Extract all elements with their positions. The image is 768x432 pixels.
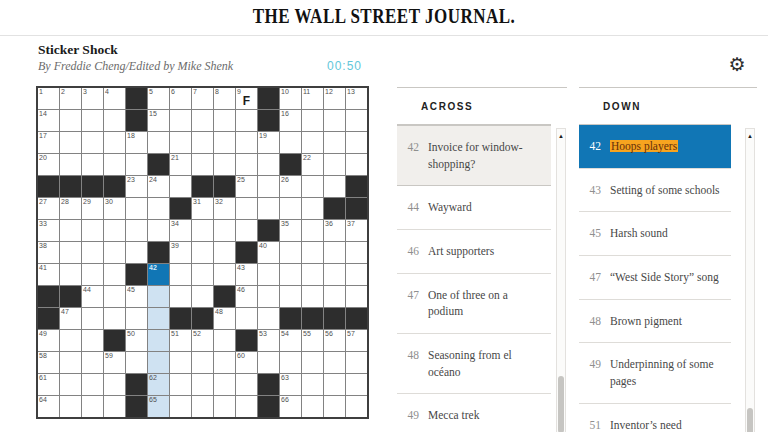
cell-r4c3[interactable] [82, 154, 103, 175]
cell-r15c6[interactable]: 65 [148, 396, 169, 417]
cell-r12c3[interactable] [82, 330, 103, 351]
cell-r7c12[interactable]: 35 [280, 220, 301, 241]
cell-r1c4[interactable]: 4 [104, 88, 125, 109]
cell-r2c1[interactable]: 14 [38, 110, 59, 131]
cell-r15c8[interactable] [192, 396, 213, 417]
cell-number: 14 [39, 110, 47, 118]
across-clue-42[interactable]: 42Invoice for window-shopping? [397, 125, 551, 186]
cell-r12c10 [236, 330, 257, 351]
cell-r10c7[interactable] [170, 286, 191, 307]
cell-number: 23 [127, 176, 135, 184]
wsj-masthead: THE WALL STREET JOURNAL. [0, 5, 768, 29]
cell-r2c15[interactable] [346, 110, 367, 131]
cell-number: 10 [281, 88, 289, 96]
cell-r15c3[interactable] [82, 396, 103, 417]
cell-r15c11 [258, 396, 279, 417]
cell-r4c4[interactable] [104, 154, 125, 175]
cell-number: 55 [303, 330, 311, 338]
cell-r9c1[interactable]: 41 [38, 264, 59, 285]
cell-r9c6[interactable]: 42 [148, 264, 169, 285]
cell-r13c14[interactable] [324, 352, 345, 373]
down-clue-43[interactable]: 43Setting of some schools [579, 169, 731, 213]
cell-r3c15[interactable] [346, 132, 367, 153]
cell-r6c1[interactable]: 27 [38, 198, 59, 219]
cell-r12c13[interactable]: 55 [302, 330, 323, 351]
cell-r7c5[interactable] [126, 220, 147, 241]
cell-number: 48 [215, 308, 223, 316]
cell-r14c12[interactable]: 63 [280, 374, 301, 395]
cell-r10c2 [60, 286, 81, 307]
cell-r7c10[interactable] [236, 220, 257, 241]
cell-number: 21 [171, 154, 179, 162]
clue-text: Brown pigment [610, 313, 725, 330]
cell-r14c9[interactable] [214, 374, 235, 395]
cell-r11c5[interactable] [126, 308, 147, 329]
cell-r3c7[interactable] [170, 132, 191, 153]
cell-number: 11 [303, 88, 310, 96]
cell-r5c11[interactable] [258, 176, 279, 197]
cell-r4c12 [280, 154, 301, 175]
cell-r10c8[interactable] [192, 286, 213, 307]
cell-r3c8[interactable] [192, 132, 213, 153]
cell-r3c9[interactable] [214, 132, 235, 153]
cell-r12c6[interactable] [148, 330, 169, 351]
across-clue-48[interactable]: 48Seasoning from el océano [397, 334, 551, 394]
cell-r3c5[interactable]: 18 [126, 132, 147, 153]
cell-r13c2[interactable] [60, 352, 81, 373]
cell-r11c10[interactable] [236, 308, 257, 329]
cell-r10c1 [38, 286, 59, 307]
cell-number: 40 [259, 242, 267, 250]
cell-r3c6[interactable] [148, 132, 169, 153]
cell-r9c8[interactable] [192, 264, 213, 285]
cell-number: 53 [259, 330, 267, 338]
cell-r13c4[interactable]: 59 [104, 352, 125, 373]
cell-r6c13[interactable] [302, 198, 323, 219]
cell-number: 28 [61, 198, 69, 206]
cell-r2c6[interactable]: 15 [148, 110, 169, 131]
cell-r2c7[interactable] [170, 110, 191, 131]
cell-r2c2[interactable] [60, 110, 81, 131]
cell-r13c15[interactable] [346, 352, 367, 373]
cell-number: 24 [149, 176, 157, 184]
cell-r12c12[interactable]: 54 [280, 330, 301, 351]
cell-r1c14[interactable]: 12 [324, 88, 345, 109]
cell-r8c8[interactable] [192, 242, 213, 263]
cell-number: 8 [215, 88, 219, 96]
clue-text: Hoops players [610, 138, 725, 155]
cell-r7c9[interactable] [214, 220, 235, 241]
cell-r8c14[interactable] [324, 242, 345, 263]
cell-r12c5[interactable]: 50 [126, 330, 147, 351]
cell-r14c5 [126, 374, 147, 395]
cell-r1c9[interactable]: 8 [214, 88, 235, 109]
cell-r15c12[interactable]: 66 [280, 396, 301, 417]
cell-r10c10[interactable]: 46 [236, 286, 257, 307]
cell-number: 34 [171, 220, 179, 228]
cell-r11c2[interactable]: 47 [60, 308, 81, 329]
cell-r15c2[interactable] [60, 396, 81, 417]
cell-r1c6[interactable]: 5 [148, 88, 169, 109]
cell-number: 64 [39, 396, 47, 404]
cell-r1c3[interactable]: 3 [82, 88, 103, 109]
cell-r1c2[interactable]: 2 [60, 88, 81, 109]
cell-number: 54 [281, 330, 289, 338]
cell-number: 52 [193, 330, 201, 338]
cell-r4c2[interactable] [60, 154, 81, 175]
cell-r7c15[interactable]: 37 [346, 220, 367, 241]
down-clue-49[interactable]: 49Underpinning of some pages [579, 343, 731, 403]
cell-r4c14[interactable] [324, 154, 345, 175]
cell-r7c3[interactable] [82, 220, 103, 241]
cell-number: 60 [237, 352, 245, 360]
cell-r10c12[interactable] [280, 286, 301, 307]
crossword-grid[interactable]: 123456789F101112131415161718192021222324… [36, 86, 369, 419]
cell-r8c3[interactable] [82, 242, 103, 263]
cell-r9c7[interactable] [170, 264, 191, 285]
cell-r5c5[interactable]: 23 [126, 176, 147, 197]
down-scrollbar[interactable]: ▲ [745, 128, 755, 432]
cell-r8c12[interactable] [280, 242, 301, 263]
puzzle-timer[interactable]: 00:50 [327, 59, 362, 73]
cell-r4c9[interactable] [214, 154, 235, 175]
cell-r10c4[interactable] [104, 286, 125, 307]
cell-r15c13[interactable] [302, 396, 323, 417]
cell-r8c7[interactable]: 39 [170, 242, 191, 263]
scroll-up-icon[interactable]: ▲ [557, 132, 565, 140]
cell-r11c6[interactable] [148, 308, 169, 329]
cell-r1c15[interactable]: 13 [346, 88, 367, 109]
down-clue-47[interactable]: 47“West Side Story” song [579, 256, 731, 300]
clue-text: Wayward [428, 199, 545, 216]
cell-r4c8[interactable] [192, 154, 213, 175]
down-clue-45[interactable]: 45Harsh sound [579, 212, 731, 256]
cell-r9c3[interactable] [82, 264, 103, 285]
cell-r14c6[interactable]: 62 [148, 374, 169, 395]
down-scrollbar-thumb[interactable] [747, 408, 753, 432]
cell-number: 63 [281, 374, 289, 382]
across-clues-panel: ACROSS 42Invoice for window-shopping?44W… [397, 87, 567, 432]
cell-r12c2[interactable] [60, 330, 81, 351]
cell-r12c9[interactable] [214, 330, 235, 351]
cell-r15c9[interactable] [214, 396, 235, 417]
cell-r15c15[interactable] [346, 396, 367, 417]
cell-r15c1[interactable]: 64 [38, 396, 59, 417]
cell-number: 13 [347, 88, 355, 96]
down-clue-42[interactable]: 42Hoops players [579, 125, 731, 169]
cell-r3c10[interactable] [236, 132, 257, 153]
cell-number: 35 [281, 220, 289, 228]
cell-r2c3[interactable] [82, 110, 103, 131]
cell-r10c14[interactable] [324, 286, 345, 307]
cell-r3c12[interactable] [280, 132, 301, 153]
cell-r11c9[interactable]: 48 [214, 308, 235, 329]
clue-number: 47 [579, 269, 601, 286]
cell-r10c11[interactable] [258, 286, 279, 307]
cell-r13c13[interactable] [302, 352, 323, 373]
across-scrollbar-thumb[interactable] [558, 376, 564, 432]
cell-r4c5[interactable] [126, 154, 147, 175]
cell-r9c12[interactable] [280, 264, 301, 285]
cell-r11c11[interactable] [258, 308, 279, 329]
cell-number: 43 [237, 264, 245, 272]
cell-r2c4[interactable] [104, 110, 125, 131]
across-header: ACROSS [421, 101, 567, 112]
cell-r4c10[interactable] [236, 154, 257, 175]
cell-r13c1[interactable]: 58 [38, 352, 59, 373]
cell-r5c7[interactable] [170, 176, 191, 197]
masthead-divider [0, 35, 768, 36]
cell-number: 39 [171, 242, 179, 250]
cell-number: 30 [105, 198, 113, 206]
cell-r9c13[interactable] [302, 264, 323, 285]
puzzle-byline: By Freddie Cheng/Edited by Mike Shenk [38, 59, 233, 74]
cell-r6c15 [346, 198, 367, 219]
cell-r6c10[interactable] [236, 198, 257, 219]
cell-r4c1[interactable]: 20 [38, 154, 59, 175]
cell-r12c1[interactable]: 49 [38, 330, 59, 351]
cell-r8c11[interactable]: 40 [258, 242, 279, 263]
cell-r2c13[interactable] [302, 110, 323, 131]
cell-r8c4[interactable] [104, 242, 125, 263]
cell-r14c2[interactable] [60, 374, 81, 395]
cell-r13c5[interactable] [126, 352, 147, 373]
cell-r10c13[interactable] [302, 286, 323, 307]
cell-r15c10[interactable] [236, 396, 257, 417]
cell-r1c12[interactable]: 10 [280, 88, 301, 109]
cell-r1c1[interactable]: 1 [38, 88, 59, 109]
cell-number: 37 [347, 220, 355, 228]
across-clue-46[interactable]: 46Art supporters [397, 230, 551, 274]
cell-r13c9[interactable] [214, 352, 235, 373]
cell-r9c9[interactable] [214, 264, 235, 285]
cell-r10c6[interactable] [148, 286, 169, 307]
cell-r12c14[interactable]: 56 [324, 330, 345, 351]
cell-r5c12[interactable]: 26 [280, 176, 301, 197]
cell-r14c10[interactable] [236, 374, 257, 395]
cell-r13c10[interactable]: 60 [236, 352, 257, 373]
cell-r6c2[interactable]: 28 [60, 198, 81, 219]
cell-number: 58 [39, 352, 47, 360]
cell-r6c14 [324, 198, 345, 219]
cell-r8c9[interactable] [214, 242, 235, 263]
cell-r12c8[interactable]: 52 [192, 330, 213, 351]
cell-r11c12 [280, 308, 301, 329]
cell-number: 42 [149, 264, 157, 272]
cell-r4c6 [148, 154, 169, 175]
scroll-up-icon[interactable]: ▲ [746, 132, 754, 140]
cell-r9c10[interactable]: 43 [236, 264, 257, 285]
cell-r3c3[interactable] [82, 132, 103, 153]
cell-r7c4[interactable] [104, 220, 125, 241]
cell-number: 41 [39, 264, 47, 272]
cell-r5c13[interactable] [302, 176, 323, 197]
cell-number: 66 [281, 396, 289, 404]
cell-r9c5 [126, 264, 147, 285]
cell-number: 19 [259, 132, 267, 140]
clue-number: 45 [579, 225, 601, 242]
cell-r3c13[interactable] [302, 132, 323, 153]
clue-number: 42 [579, 138, 601, 155]
cell-r11c1 [38, 308, 59, 329]
cell-r11c13 [302, 308, 323, 329]
cell-number: 25 [237, 176, 245, 184]
cell-r8c6 [148, 242, 169, 263]
cell-r14c13[interactable] [302, 374, 323, 395]
cell-r15c4[interactable] [104, 396, 125, 417]
cell-r9c4[interactable] [104, 264, 125, 285]
across-clue-49[interactable]: 49Mecca trek [397, 394, 551, 432]
cell-r8c2[interactable] [60, 242, 81, 263]
cell-r7c2[interactable] [60, 220, 81, 241]
cell-r5c14[interactable] [324, 176, 345, 197]
cell-r3c1[interactable]: 17 [38, 132, 59, 153]
cell-r2c12[interactable]: 16 [280, 110, 301, 131]
cell-r3c14[interactable] [324, 132, 345, 153]
cell-r12c7[interactable]: 51 [170, 330, 191, 351]
cell-r8c5[interactable] [126, 242, 147, 263]
settings-gear-icon[interactable]: ⚙ [725, 53, 749, 77]
cell-r13c11[interactable] [258, 352, 279, 373]
down-clue-list: 42Hoops players43Setting of some schools… [579, 124, 731, 432]
cell-r12c11[interactable]: 53 [258, 330, 279, 351]
cell-r4c7[interactable]: 21 [170, 154, 191, 175]
cell-r6c4[interactable]: 30 [104, 198, 125, 219]
clue-text: Underpinning of some pages [610, 356, 725, 389]
down-clue-48[interactable]: 48Brown pigment [579, 300, 731, 344]
cell-r7c6[interactable] [148, 220, 169, 241]
cell-number: 51 [171, 330, 179, 338]
cell-r14c11 [258, 374, 279, 395]
cell-number: 2 [61, 88, 65, 96]
cell-number: 16 [281, 110, 289, 118]
cell-r2c5 [126, 110, 147, 131]
cell-r7c13[interactable] [302, 220, 323, 241]
cell-r8c15[interactable] [346, 242, 367, 263]
cell-r10c3[interactable]: 44 [82, 286, 103, 307]
cell-r7c14[interactable]: 36 [324, 220, 345, 241]
down-clues-panel: DOWN 42Hoops players43Setting of some sc… [579, 87, 757, 432]
cell-r6c6[interactable] [148, 198, 169, 219]
cell-r6c5[interactable] [126, 198, 147, 219]
cell-r10c5[interactable]: 45 [126, 286, 147, 307]
cell-r6c3[interactable]: 29 [82, 198, 103, 219]
cell-r6c8[interactable]: 31 [192, 198, 213, 219]
cell-r12c15[interactable]: 57 [346, 330, 367, 351]
cell-number: 32 [215, 198, 223, 206]
clue-number: 42 [397, 139, 419, 156]
cell-r9c2[interactable] [60, 264, 81, 285]
cell-r5c4 [104, 176, 125, 197]
cell-r2c10[interactable] [236, 110, 257, 131]
cell-r4c13[interactable]: 22 [302, 154, 323, 175]
cell-r7c7[interactable]: 34 [170, 220, 191, 241]
cell-number: 36 [325, 220, 333, 228]
cell-r13c3[interactable] [82, 352, 103, 373]
cell-r11c3[interactable] [82, 308, 103, 329]
across-clue-list: 42Invoice for window-shopping?44Wayward4… [397, 124, 551, 432]
cell-r8c13[interactable] [302, 242, 323, 263]
cell-number: 3 [83, 88, 87, 96]
down-clue-51[interactable]: 51Inventor’s need [579, 404, 731, 432]
cell-r14c14[interactable] [324, 374, 345, 395]
cell-r11c4[interactable] [104, 308, 125, 329]
cell-r2c9[interactable] [214, 110, 235, 131]
cell-r3c4[interactable] [104, 132, 125, 153]
cell-r1c7[interactable]: 6 [170, 88, 191, 109]
cell-number: 20 [39, 154, 47, 162]
cell-r7c8[interactable] [192, 220, 213, 241]
cell-r9c14[interactable] [324, 264, 345, 285]
cell-r2c8[interactable] [192, 110, 213, 131]
cell-r5c6[interactable]: 24 [148, 176, 169, 197]
cell-r7c1[interactable]: 33 [38, 220, 59, 241]
cell-r3c11[interactable]: 19 [258, 132, 279, 153]
cell-r14c1[interactable]: 61 [38, 374, 59, 395]
clue-text: Inventor’s need [610, 417, 725, 432]
cell-r6c9[interactable]: 32 [214, 198, 235, 219]
cell-r15c5 [126, 396, 147, 417]
cell-r10c9 [214, 286, 235, 307]
cell-r14c4[interactable] [104, 374, 125, 395]
across-clue-47[interactable]: 47One of three on a podium [397, 274, 551, 334]
cell-r10c15[interactable] [346, 286, 367, 307]
cell-r9c11[interactable] [258, 264, 279, 285]
clue-number: 49 [579, 356, 601, 373]
cell-r1c5 [126, 88, 147, 109]
cell-number: 44 [83, 286, 91, 294]
cell-r13c12[interactable] [280, 352, 301, 373]
cell-r6c12[interactable] [280, 198, 301, 219]
cell-r4c11[interactable] [258, 154, 279, 175]
cell-number: 56 [325, 330, 333, 338]
cell-r9c15[interactable] [346, 264, 367, 285]
cell-r4c15[interactable] [346, 154, 367, 175]
cell-number: 18 [127, 132, 135, 140]
cell-r1c13[interactable]: 11 [302, 88, 323, 109]
clue-text-highlight: Hoops players [610, 140, 678, 152]
across-scrollbar[interactable]: ▲ [556, 128, 566, 432]
cell-r6c11[interactable] [258, 198, 279, 219]
cell-r5c10[interactable]: 25 [236, 176, 257, 197]
cell-r2c14[interactable] [324, 110, 345, 131]
cell-r1c10[interactable]: 9F [236, 88, 257, 109]
cell-r15c14[interactable] [324, 396, 345, 417]
cell-r5c3 [82, 176, 103, 197]
cell-number: 5 [149, 88, 153, 96]
cell-number: 62 [149, 374, 157, 382]
cell-r15c7[interactable] [170, 396, 191, 417]
cell-r14c3[interactable] [82, 374, 103, 395]
across-clue-44[interactable]: 44Wayward [397, 186, 551, 230]
cell-r13c7[interactable] [170, 352, 191, 373]
cell-r1c8[interactable]: 7 [192, 88, 213, 109]
cell-r5c2 [60, 176, 81, 197]
cell-r14c7[interactable] [170, 374, 191, 395]
cell-r14c8[interactable] [192, 374, 213, 395]
cell-r8c1[interactable]: 38 [38, 242, 59, 263]
cell-r7c11 [258, 220, 279, 241]
cell-number: 50 [127, 330, 135, 338]
cell-number: 12 [325, 88, 333, 96]
cell-number: 4 [105, 88, 109, 96]
cell-letter: F [236, 94, 257, 109]
cell-r14c15[interactable] [346, 374, 367, 395]
cell-r3c2[interactable] [60, 132, 81, 153]
clue-text: One of three on a podium [428, 287, 545, 320]
cell-r13c8[interactable] [192, 352, 213, 373]
cell-r13c6[interactable] [148, 352, 169, 373]
